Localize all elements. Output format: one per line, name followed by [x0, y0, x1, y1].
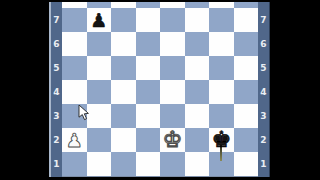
rank-label-right-4: 4: [258, 86, 269, 98]
rank-label-left-4: 4: [51, 86, 62, 98]
square-b3[interactable]: [87, 104, 112, 128]
square-g2[interactable]: ♚: [209, 128, 234, 152]
rank-labels-right: 7654321: [258, 2, 270, 177]
rank-label-right-3: 3: [258, 110, 269, 122]
square-h4[interactable]: [234, 80, 259, 104]
square-f6[interactable]: [185, 32, 210, 56]
square-h7[interactable]: [234, 8, 259, 32]
square-e7[interactable]: [160, 8, 185, 32]
square-b5[interactable]: [87, 56, 112, 80]
square-h5[interactable]: [234, 56, 259, 80]
rank-label-right-2: 2: [258, 134, 269, 146]
square-d2[interactable]: [136, 128, 161, 152]
square-c1[interactable]: [111, 152, 136, 176]
rank-label-left-5: 5: [51, 62, 62, 74]
square-f3[interactable]: [185, 104, 210, 128]
square-d5[interactable]: [136, 56, 161, 80]
mouse-cursor-icon: [78, 105, 90, 121]
square-e4[interactable]: [160, 80, 185, 104]
piece-black-pawn[interactable]: ♟: [90, 11, 107, 30]
square-d6[interactable]: [136, 32, 161, 56]
square-a7[interactable]: [62, 8, 87, 32]
rank-label-right-6: 6: [258, 38, 269, 50]
square-h1[interactable]: [234, 152, 259, 176]
rank-label-left-3: 3: [51, 110, 62, 122]
video-frame: 7654321 ♟♟♚♚ 7654321: [0, 0, 320, 180]
rank-label-left-2: 2: [51, 134, 62, 146]
square-b6[interactable]: [87, 32, 112, 56]
square-c7[interactable]: [111, 8, 136, 32]
piece-black-king[interactable]: ♚: [211, 129, 231, 151]
rank-label-right-5: 5: [258, 62, 269, 74]
square-e5[interactable]: [160, 56, 185, 80]
square-b7[interactable]: ♟: [87, 8, 112, 32]
square-h6[interactable]: [234, 32, 259, 56]
rank-label-right-7: 7: [258, 14, 269, 26]
square-e1[interactable]: [160, 152, 185, 176]
rank-label-left-6: 6: [51, 38, 62, 50]
square-f5[interactable]: [185, 56, 210, 80]
square-c2[interactable]: [111, 128, 136, 152]
square-f1[interactable]: [185, 152, 210, 176]
rank-label-left-7: 7: [51, 14, 62, 26]
square-c3[interactable]: [111, 104, 136, 128]
square-c4[interactable]: [111, 80, 136, 104]
square-b4[interactable]: [87, 80, 112, 104]
rank-label-left-1: 1: [51, 158, 62, 170]
square-c5[interactable]: [111, 56, 136, 80]
square-d7[interactable]: [136, 8, 161, 32]
square-d3[interactable]: [136, 104, 161, 128]
square-g5[interactable]: [209, 56, 234, 80]
board: ♟♟♚♚: [62, 2, 258, 177]
square-g6[interactable]: [209, 32, 234, 56]
square-d4[interactable]: [136, 80, 161, 104]
board-clip: ♟♟♚♚: [62, 2, 258, 177]
square-g4[interactable]: [209, 80, 234, 104]
square-g7[interactable]: [209, 8, 234, 32]
square-a1[interactable]: [62, 152, 87, 176]
square-a5[interactable]: [62, 56, 87, 80]
square-a2[interactable]: ♟: [62, 128, 87, 152]
chessboard-panel: 7654321 ♟♟♚♚ 7654321: [49, 2, 270, 177]
square-a4[interactable]: [62, 80, 87, 104]
piece-white-king[interactable]: ♚: [162, 129, 182, 151]
square-e6[interactable]: [160, 32, 185, 56]
rank-labels-left: 7654321: [51, 2, 62, 177]
square-a6[interactable]: [62, 32, 87, 56]
square-h2[interactable]: [234, 128, 259, 152]
square-c6[interactable]: [111, 32, 136, 56]
square-d1[interactable]: [136, 152, 161, 176]
square-h3[interactable]: [234, 104, 259, 128]
square-e3[interactable]: [160, 104, 185, 128]
rank-label-right-1: 1: [258, 158, 269, 170]
square-e2[interactable]: ♚: [160, 128, 185, 152]
square-f4[interactable]: [185, 80, 210, 104]
square-f2[interactable]: [185, 128, 210, 152]
square-b2[interactable]: [87, 128, 112, 152]
piece-white-pawn[interactable]: ♟: [66, 131, 83, 150]
square-b1[interactable]: [87, 152, 112, 176]
square-g3[interactable]: [209, 104, 234, 128]
square-f7[interactable]: [185, 8, 210, 32]
